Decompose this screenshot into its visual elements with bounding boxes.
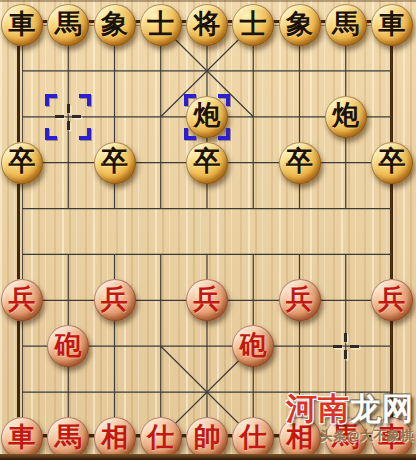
piece-red-soldier[interactable]: 兵 [94,279,136,321]
piece-glyph: 兵 [379,286,406,313]
piece-glyph: 卒 [194,148,221,175]
piece-glyph: 卒 [9,148,36,175]
piece-red-soldier[interactable]: 兵 [371,279,413,321]
piece-black-soldier[interactable]: 卒 [94,142,136,184]
xiangqi-board[interactable]: 車馬象士将士象馬車炮炮卒卒卒卒卒兵兵兵兵兵砲砲車馬相仕帥仕相馬車 河南龙网 头条… [0,0,416,460]
piece-black-horse[interactable]: 馬 [47,4,89,46]
piece-glyph: 相 [101,424,128,451]
piece-glyph: 卒 [286,148,313,175]
piece-glyph: 仕 [147,424,174,451]
piece-glyph: 車 [9,424,36,451]
piece-glyph: 象 [286,11,313,38]
piece-glyph: 馬 [55,11,82,38]
piece-black-advisor[interactable]: 士 [140,4,182,46]
piece-black-chariot[interactable]: 車 [371,4,413,46]
piece-glyph: 馬 [332,424,359,451]
piece-red-chariot[interactable]: 車 [1,417,43,459]
piece-black-cannon[interactable]: 炮 [186,96,228,138]
piece-glyph: 炮 [332,102,359,129]
piece-black-cannon[interactable]: 炮 [325,96,367,138]
piece-black-general[interactable]: 将 [186,4,228,46]
board-bottom-edge [0,454,416,460]
piece-glyph: 士 [240,11,267,38]
piece-glyph: 士 [147,11,174,38]
piece-glyph: 馬 [332,11,359,38]
piece-black-elephant[interactable]: 象 [94,4,136,46]
piece-glyph: 帥 [194,424,221,451]
piece-glyph: 相 [286,424,313,451]
piece-black-horse[interactable]: 馬 [325,4,367,46]
piece-red-soldier[interactable]: 兵 [279,279,321,321]
piece-red-advisor[interactable]: 仕 [140,417,182,459]
piece-black-soldier[interactable]: 卒 [1,142,43,184]
piece-black-soldier[interactable]: 卒 [186,142,228,184]
piece-black-elephant[interactable]: 象 [279,4,321,46]
piece-glyph: 馬 [55,424,82,451]
piece-glyph: 兵 [286,286,313,313]
piece-glyph: 炮 [194,102,221,129]
piece-red-elephant[interactable]: 相 [279,417,321,459]
piece-glyph: 仕 [240,424,267,451]
piece-glyph: 車 [9,11,36,38]
piece-glyph: 車 [379,424,406,451]
piece-red-advisor[interactable]: 仕 [232,417,274,459]
piece-red-chariot[interactable]: 車 [371,417,413,459]
piece-black-advisor[interactable]: 士 [232,4,274,46]
piece-glyph: 卒 [379,148,406,175]
piece-glyph: 砲 [240,332,267,359]
piece-glyph: 卒 [101,148,128,175]
piece-glyph: 兵 [9,286,36,313]
piece-black-soldier[interactable]: 卒 [279,142,321,184]
piece-glyph: 兵 [194,286,221,313]
piece-red-general[interactable]: 帥 [186,417,228,459]
piece-glyph: 兵 [101,286,128,313]
board-grid [22,25,392,438]
piece-red-horse[interactable]: 馬 [325,417,367,459]
piece-glyph: 砲 [55,332,82,359]
piece-red-horse[interactable]: 馬 [47,417,89,459]
piece-glyph: 車 [379,11,406,38]
board-top-edge [0,0,416,2]
piece-black-soldier[interactable]: 卒 [371,142,413,184]
piece-glyph: 象 [101,11,128,38]
piece-glyph: 将 [194,11,221,38]
piece-black-chariot[interactable]: 車 [1,4,43,46]
piece-red-elephant[interactable]: 相 [94,417,136,459]
